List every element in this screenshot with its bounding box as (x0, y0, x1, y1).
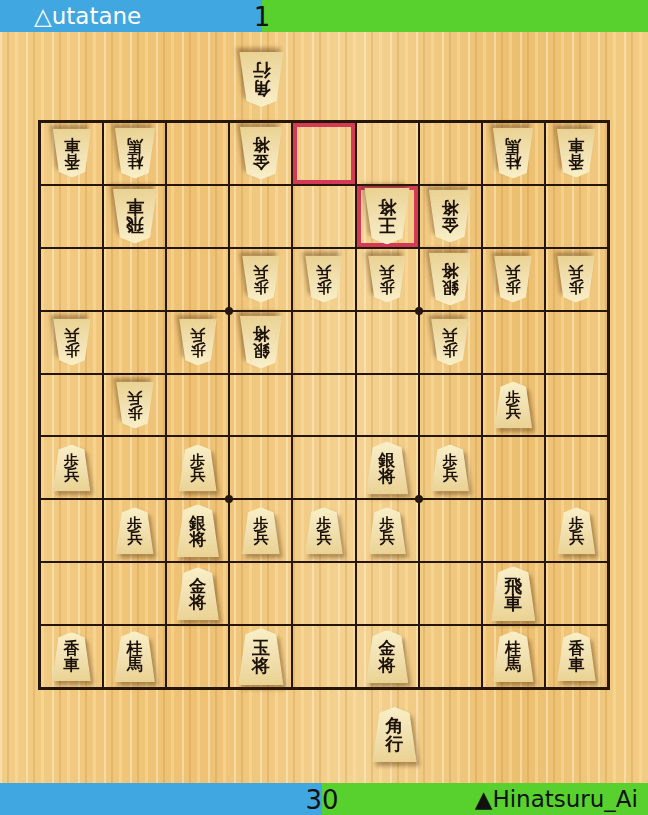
square-9f[interactable]: 歩兵 (40, 436, 103, 499)
gold-kanji: 金将 (175, 567, 220, 620)
square-4h[interactable] (356, 562, 419, 625)
square-5a[interactable] (292, 122, 355, 185)
lance-kanji: 香車 (556, 129, 597, 178)
square-9d[interactable]: 歩兵 (40, 311, 103, 374)
piece-gote-pawn[interactable]: 歩兵 (115, 381, 155, 428)
piece-sente-pawn[interactable]: 歩兵 (430, 444, 470, 491)
piece-sente-rook[interactable]: 飛車 (490, 566, 537, 621)
square-9e[interactable] (40, 374, 103, 437)
piece-gote-rook[interactable]: 飛車 (111, 189, 158, 244)
piece-sente-bishop[interactable]: 角行 (371, 707, 418, 762)
square-3b[interactable]: 金将 (419, 185, 482, 248)
square-5f[interactable] (292, 436, 355, 499)
piece-gote-pawn[interactable]: 歩兵 (52, 319, 92, 366)
pawn-kanji: 歩兵 (430, 319, 470, 366)
bishop-kanji: 角行 (238, 52, 285, 107)
square-3i[interactable] (419, 625, 482, 688)
piece-gote-pawn[interactable]: 歩兵 (304, 256, 344, 303)
piece-gote-pawn[interactable]: 歩兵 (556, 256, 596, 303)
square-9c[interactable] (40, 248, 103, 311)
pawn-kanji: 歩兵 (367, 507, 407, 554)
piece-sente-lance[interactable]: 香車 (51, 632, 92, 681)
square-5c[interactable]: 歩兵 (292, 248, 355, 311)
square-6h[interactable] (229, 562, 292, 625)
piece-gote-pawn[interactable]: 歩兵 (430, 319, 470, 366)
square-9a[interactable]: 香車 (40, 122, 103, 185)
pawn-kanji: 歩兵 (493, 381, 533, 428)
square-5d[interactable] (292, 311, 355, 374)
square-1g[interactable]: 歩兵 (545, 499, 608, 562)
square-8d[interactable] (103, 311, 166, 374)
piece-sente-lance[interactable]: 香車 (556, 632, 597, 681)
knight-kanji: 桂馬 (113, 128, 156, 179)
square-9i[interactable]: 香車 (40, 625, 103, 688)
square-7i[interactable] (166, 625, 229, 688)
square-7h[interactable]: 金将 (166, 562, 229, 625)
square-8b[interactable]: 飛車 (103, 185, 166, 248)
square-7a[interactable] (166, 122, 229, 185)
square-4f[interactable]: 銀将 (356, 436, 419, 499)
square-2f[interactable] (482, 436, 545, 499)
square-4c[interactable]: 歩兵 (356, 248, 419, 311)
sente-player-name: ▲Hinatsuru_Ai (475, 783, 638, 815)
square-8i[interactable]: 桂馬 (103, 625, 166, 688)
pawn-kanji: 歩兵 (241, 256, 281, 303)
square-4d[interactable] (356, 311, 419, 374)
square-1a[interactable]: 香車 (545, 122, 608, 185)
pawn-kanji: 歩兵 (52, 319, 92, 366)
gold-kanji: 金将 (365, 630, 410, 683)
square-3d[interactable]: 歩兵 (419, 311, 482, 374)
gold-kanji: 金将 (428, 190, 473, 243)
square-3e[interactable] (419, 374, 482, 437)
square-7f[interactable]: 歩兵 (166, 436, 229, 499)
pawn-kanji: 歩兵 (304, 507, 344, 554)
square-8h[interactable] (103, 562, 166, 625)
square-5h[interactable] (292, 562, 355, 625)
piece-gote-gold[interactable]: 金将 (238, 127, 283, 180)
square-4a[interactable] (356, 122, 419, 185)
pawn-kanji: 歩兵 (556, 256, 596, 303)
square-8f[interactable] (103, 436, 166, 499)
square-1i[interactable]: 香車 (545, 625, 608, 688)
square-7c[interactable] (166, 248, 229, 311)
pawn-kanji: 歩兵 (367, 256, 407, 303)
pawn-kanji: 歩兵 (556, 507, 596, 554)
rook-kanji: 飛車 (111, 189, 158, 244)
square-9h[interactable] (40, 562, 103, 625)
pawn-kanji: 歩兵 (52, 444, 92, 491)
square-2a[interactable]: 桂馬 (482, 122, 545, 185)
lance-kanji: 香車 (556, 632, 597, 681)
square-2g[interactable] (482, 499, 545, 562)
piece-sente-silver[interactable]: 銀将 (365, 441, 410, 494)
square-6e[interactable] (229, 374, 292, 437)
square-5e[interactable] (292, 374, 355, 437)
square-1e[interactable] (545, 374, 608, 437)
square-6b[interactable] (229, 185, 292, 248)
piece-gote-lance[interactable]: 香車 (51, 129, 92, 178)
piece-sente-knight[interactable]: 桂馬 (492, 631, 535, 682)
piece-gote-gold[interactable]: 金将 (428, 190, 473, 243)
square-3a[interactable] (419, 122, 482, 185)
square-4g[interactable]: 歩兵 (356, 499, 419, 562)
square-9b[interactable] (40, 185, 103, 248)
square-5b[interactable] (292, 185, 355, 248)
square-2i[interactable]: 桂馬 (482, 625, 545, 688)
piece-gote-lance[interactable]: 香車 (556, 129, 597, 178)
piece-sente-pawn[interactable]: 歩兵 (367, 507, 407, 554)
pawn-kanji: 歩兵 (493, 256, 533, 303)
square-1b[interactable] (545, 185, 608, 248)
gote-clock-bar: △utatane 1 (0, 0, 648, 32)
silver-kanji: 銀将 (175, 504, 220, 557)
piece-gote-knight[interactable]: 桂馬 (492, 128, 535, 179)
square-6c[interactable]: 歩兵 (229, 248, 292, 311)
piece-sente-silver[interactable]: 銀将 (175, 504, 220, 557)
piece-sente-pawn[interactable]: 歩兵 (556, 507, 596, 554)
square-3c[interactable]: 銀将 (419, 248, 482, 311)
piece-gote-silver[interactable]: 銀将 (238, 316, 283, 369)
pawn-kanji: 歩兵 (430, 444, 470, 491)
shogi-app: △utatane 1 角行 香車桂馬金将桂馬香車飛車王将金将歩兵歩兵歩兵銀将歩兵… (0, 0, 648, 815)
silver-kanji: 銀将 (428, 253, 473, 306)
square-1d[interactable] (545, 311, 608, 374)
square-7b[interactable] (166, 185, 229, 248)
square-2c[interactable]: 歩兵 (482, 248, 545, 311)
square-8a[interactable]: 桂馬 (103, 122, 166, 185)
piece-sente-pawn[interactable]: 歩兵 (52, 444, 92, 491)
knight-kanji: 桂馬 (492, 128, 535, 179)
rook-kanji: 飛車 (490, 566, 537, 621)
piece-sente-knight[interactable]: 桂馬 (113, 631, 156, 682)
piece-gote-knight[interactable]: 桂馬 (113, 128, 156, 179)
square-8g[interactable]: 歩兵 (103, 499, 166, 562)
piece-gote-pawn[interactable]: 歩兵 (493, 256, 533, 303)
silver-kanji: 銀将 (365, 441, 410, 494)
pawn-kanji: 歩兵 (115, 507, 155, 554)
knight-kanji: 桂馬 (492, 631, 535, 682)
piece-sente-king[interactable]: 玉将 (237, 628, 285, 685)
piece-sente-pawn[interactable]: 歩兵 (304, 507, 344, 554)
silver-kanji: 銀将 (238, 316, 283, 369)
gote-player-name: △utatane (34, 0, 141, 32)
gote-clock-value: 1 (254, 1, 271, 33)
square-4b[interactable]: 王将 (356, 185, 419, 248)
piece-gote-pawn[interactable]: 歩兵 (367, 256, 407, 303)
square-2b[interactable] (482, 185, 545, 248)
square-2e[interactable]: 歩兵 (482, 374, 545, 437)
square-2d[interactable] (482, 311, 545, 374)
shogi-board: 香車桂馬金将桂馬香車飛車王将金将歩兵歩兵歩兵銀将歩兵歩兵歩兵歩兵銀将歩兵歩兵歩兵… (38, 120, 610, 690)
piece-gote-silver[interactable]: 銀将 (428, 253, 473, 306)
sente-clock-value: 30 (305, 784, 338, 815)
square-1h[interactable] (545, 562, 608, 625)
piece-sente-pawn[interactable]: 歩兵 (493, 381, 533, 428)
bishop-kanji: 角行 (371, 707, 418, 762)
pawn-kanji: 歩兵 (241, 507, 281, 554)
square-3h[interactable] (419, 562, 482, 625)
piece-gote-pawn[interactable]: 歩兵 (178, 319, 218, 366)
lance-kanji: 香車 (51, 129, 92, 178)
gote-time-gauge-remaining (262, 0, 648, 32)
piece-gote-king[interactable]: 王将 (363, 188, 411, 245)
square-3g[interactable] (419, 499, 482, 562)
knight-kanji: 桂馬 (113, 631, 156, 682)
pawn-kanji: 歩兵 (178, 319, 218, 366)
square-8c[interactable] (103, 248, 166, 311)
king-kanji: 王将 (363, 188, 411, 245)
piece-sente-gold[interactable]: 金将 (175, 567, 220, 620)
square-4i[interactable]: 金将 (356, 625, 419, 688)
square-7g[interactable]: 銀将 (166, 499, 229, 562)
piece-gote-bishop[interactable]: 角行 (238, 52, 285, 107)
square-6d[interactable]: 銀将 (229, 311, 292, 374)
piece-sente-pawn[interactable]: 歩兵 (178, 444, 218, 491)
square-3f[interactable]: 歩兵 (419, 436, 482, 499)
square-6a[interactable]: 金将 (229, 122, 292, 185)
piece-sente-pawn[interactable]: 歩兵 (241, 507, 281, 554)
pawn-kanji: 歩兵 (304, 256, 344, 303)
pawn-kanji: 歩兵 (178, 444, 218, 491)
square-6i[interactable]: 玉将 (229, 625, 292, 688)
square-6f[interactable] (229, 436, 292, 499)
gold-kanji: 金将 (238, 127, 283, 180)
square-1f[interactable] (545, 436, 608, 499)
king-kanji: 玉将 (237, 628, 285, 685)
square-7d[interactable]: 歩兵 (166, 311, 229, 374)
piece-gote-pawn[interactable]: 歩兵 (241, 256, 281, 303)
square-5g[interactable]: 歩兵 (292, 499, 355, 562)
square-4e[interactable] (356, 374, 419, 437)
sente-clock-bar: ▲Hinatsuru_Ai 30 (0, 783, 648, 815)
square-8e[interactable]: 歩兵 (103, 374, 166, 437)
lance-kanji: 香車 (51, 632, 92, 681)
square-9g[interactable] (40, 499, 103, 562)
square-6g[interactable]: 歩兵 (229, 499, 292, 562)
square-5i[interactable] (292, 625, 355, 688)
pawn-kanji: 歩兵 (115, 381, 155, 428)
square-2h[interactable]: 飛車 (482, 562, 545, 625)
square-1c[interactable]: 歩兵 (545, 248, 608, 311)
square-7e[interactable] (166, 374, 229, 437)
sente-time-gauge (0, 783, 322, 815)
piece-sente-pawn[interactable]: 歩兵 (115, 507, 155, 554)
piece-sente-gold[interactable]: 金将 (365, 630, 410, 683)
